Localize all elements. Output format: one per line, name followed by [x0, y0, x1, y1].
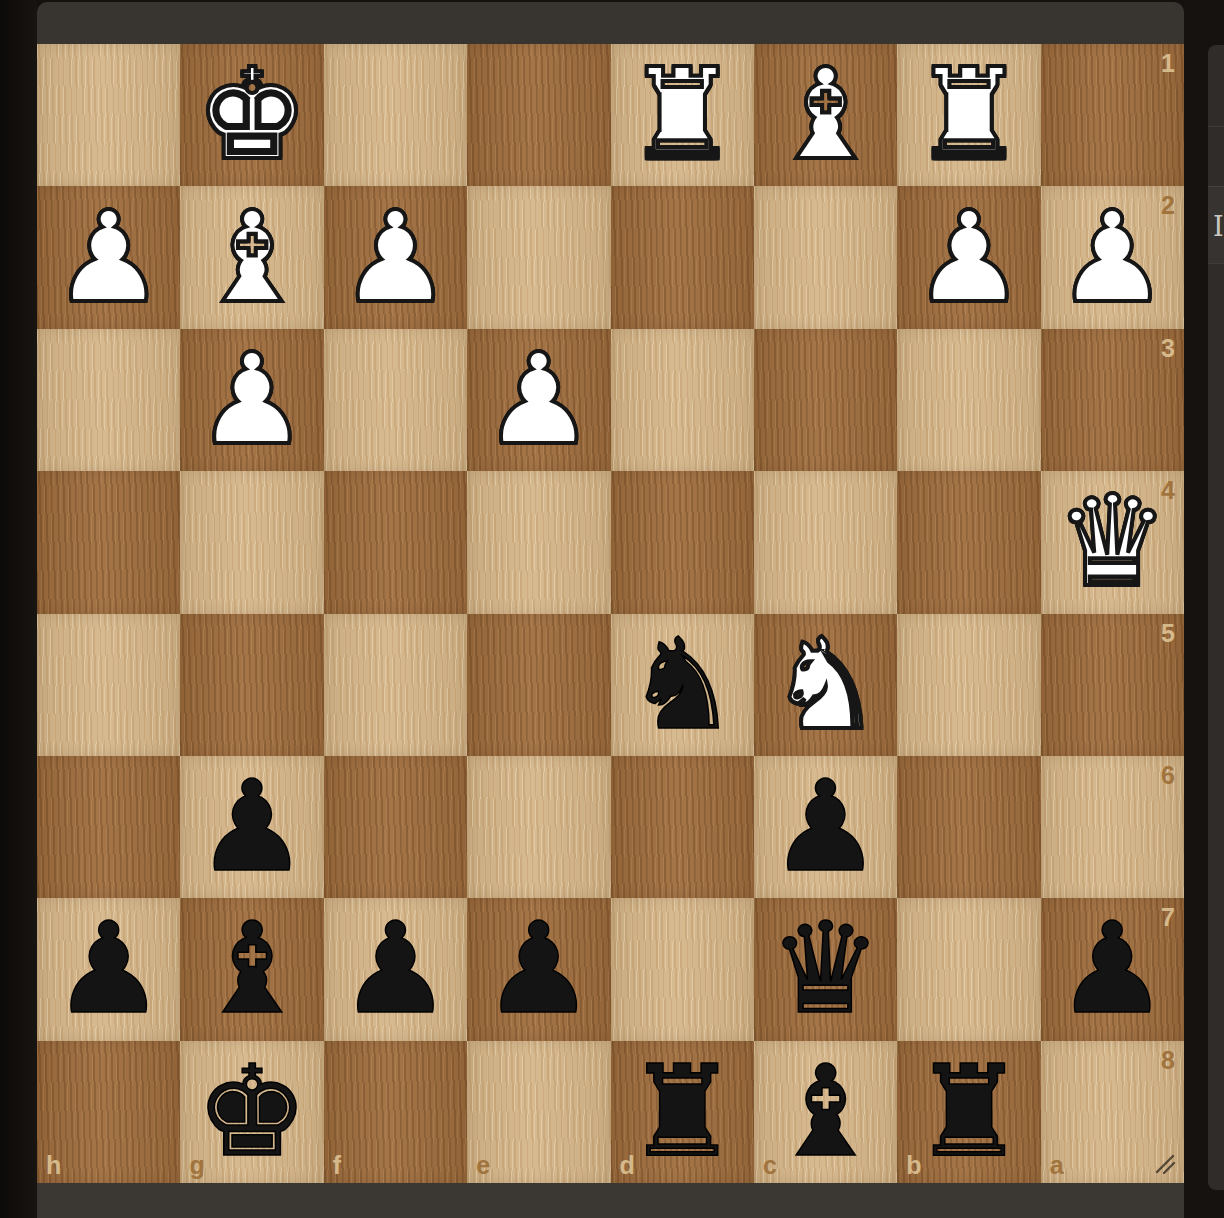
square-f4[interactable]: [324, 471, 467, 613]
square-d4[interactable]: [611, 471, 754, 613]
square-d1[interactable]: ♜: [611, 44, 754, 186]
square-g5[interactable]: [180, 614, 323, 756]
square-a7[interactable]: 7♟: [1041, 898, 1184, 1040]
chess-app-window: ♚♜♝♜1♟♝♟♟2♟♟♟34♛♞♞5♟♟6♟♝♟♟♛7♟hg♚fed♜c♝b♜…: [0, 0, 1224, 1218]
white-king[interactable]: ♚: [180, 44, 323, 186]
square-h3[interactable]: [37, 329, 180, 471]
square-d5[interactable]: ♞: [611, 614, 754, 756]
white-pawn[interactable]: ♟: [37, 186, 180, 328]
square-c2[interactable]: [754, 186, 897, 328]
rank-label-6: 6: [1161, 763, 1175, 788]
black-bishop[interactable]: ♝: [754, 1041, 897, 1183]
square-e3[interactable]: ♟: [467, 329, 610, 471]
black-bishop[interactable]: ♝: [180, 898, 323, 1040]
square-a5[interactable]: 5: [1041, 614, 1184, 756]
left-chrome-strip: [0, 0, 37, 1218]
black-pawn[interactable]: ♟: [754, 756, 897, 898]
file-label-h: h: [46, 1153, 61, 1178]
square-g4[interactable]: [180, 471, 323, 613]
square-g3[interactable]: ♟: [180, 329, 323, 471]
square-g1[interactable]: ♚: [180, 44, 323, 186]
file-label-e: e: [476, 1153, 490, 1178]
rank-label-5: 5: [1161, 621, 1175, 646]
square-b7[interactable]: [897, 898, 1040, 1040]
square-f8[interactable]: f: [324, 1041, 467, 1183]
chess-board[interactable]: ♚♜♝♜1♟♝♟♟2♟♟♟34♛♞♞5♟♟6♟♝♟♟♛7♟hg♚fed♜c♝b♜…: [37, 44, 1184, 1183]
square-g2[interactable]: ♝: [180, 186, 323, 328]
black-knight[interactable]: ♞: [611, 614, 754, 756]
square-h2[interactable]: ♟: [37, 186, 180, 328]
square-e8[interactable]: e: [467, 1041, 610, 1183]
square-h1[interactable]: [37, 44, 180, 186]
square-c5[interactable]: ♞: [754, 614, 897, 756]
file-label-f: f: [333, 1153, 341, 1178]
side-panel-edge[interactable]: I: [1208, 45, 1224, 1190]
square-f2[interactable]: ♟: [324, 186, 467, 328]
black-pawn[interactable]: ♟: [467, 898, 610, 1040]
square-d8[interactable]: d♜: [611, 1041, 754, 1183]
black-pawn[interactable]: ♟: [324, 898, 467, 1040]
square-g7[interactable]: ♝: [180, 898, 323, 1040]
square-c3[interactable]: [754, 329, 897, 471]
square-b3[interactable]: [897, 329, 1040, 471]
square-e7[interactable]: ♟: [467, 898, 610, 1040]
square-d7[interactable]: [611, 898, 754, 1040]
rank-label-1: 1: [1161, 51, 1175, 76]
panel-separator: [1208, 126, 1224, 127]
white-rook[interactable]: ♜: [897, 44, 1040, 186]
top-chrome-bar: [37, 2, 1184, 44]
square-c4[interactable]: [754, 471, 897, 613]
square-e1[interactable]: [467, 44, 610, 186]
bottom-chrome-bar: [37, 1183, 1184, 1218]
square-a8[interactable]: 8a: [1041, 1041, 1184, 1183]
board-resize-handle-icon[interactable]: [1152, 1151, 1178, 1177]
square-h7[interactable]: ♟: [37, 898, 180, 1040]
white-bishop[interactable]: ♝: [754, 44, 897, 186]
square-b5[interactable]: [897, 614, 1040, 756]
square-g8[interactable]: g♚: [180, 1041, 323, 1183]
square-f1[interactable]: [324, 44, 467, 186]
square-c1[interactable]: ♝: [754, 44, 897, 186]
black-rook[interactable]: ♜: [897, 1041, 1040, 1183]
square-e2[interactable]: [467, 186, 610, 328]
white-queen[interactable]: ♛: [1041, 471, 1184, 613]
white-pawn[interactable]: ♟: [467, 329, 610, 471]
white-pawn[interactable]: ♟: [180, 329, 323, 471]
square-d3[interactable]: [611, 329, 754, 471]
white-bishop[interactable]: ♝: [180, 186, 323, 328]
panel-item-partial-text[interactable]: I: [1213, 213, 1224, 240]
square-a4[interactable]: 4♛: [1041, 471, 1184, 613]
square-f5[interactable]: [324, 614, 467, 756]
square-e4[interactable]: [467, 471, 610, 613]
square-b2[interactable]: ♟: [897, 186, 1040, 328]
panel-separator: [1208, 186, 1224, 187]
white-rook[interactable]: ♜: [611, 44, 754, 186]
square-e6[interactable]: [467, 756, 610, 898]
square-b6[interactable]: [897, 756, 1040, 898]
square-c7[interactable]: ♛: [754, 898, 897, 1040]
square-a1[interactable]: 1: [1041, 44, 1184, 186]
square-d2[interactable]: [611, 186, 754, 328]
white-pawn[interactable]: ♟: [1041, 186, 1184, 328]
square-b8[interactable]: b♜: [897, 1041, 1040, 1183]
black-queen[interactable]: ♛: [754, 898, 897, 1040]
square-h5[interactable]: [37, 614, 180, 756]
black-pawn[interactable]: ♟: [37, 898, 180, 1040]
square-f7[interactable]: ♟: [324, 898, 467, 1040]
rank-label-8: 8: [1161, 1048, 1175, 1073]
square-e5[interactable]: [467, 614, 610, 756]
white-knight[interactable]: ♞: [754, 614, 897, 756]
square-g6[interactable]: ♟: [180, 756, 323, 898]
square-h6[interactable]: [37, 756, 180, 898]
black-pawn[interactable]: ♟: [1041, 898, 1184, 1040]
square-h4[interactable]: [37, 471, 180, 613]
white-pawn[interactable]: ♟: [324, 186, 467, 328]
file-label-a: a: [1050, 1153, 1064, 1178]
square-a2[interactable]: 2♟: [1041, 186, 1184, 328]
black-king[interactable]: ♚: [180, 1041, 323, 1183]
panel-separator: [1208, 263, 1224, 264]
square-a3[interactable]: 3: [1041, 329, 1184, 471]
square-a6[interactable]: 6: [1041, 756, 1184, 898]
square-b4[interactable]: [897, 471, 1040, 613]
square-c8[interactable]: c♝: [754, 1041, 897, 1183]
square-f6[interactable]: [324, 756, 467, 898]
black-pawn[interactable]: ♟: [180, 756, 323, 898]
square-b1[interactable]: ♜: [897, 44, 1040, 186]
rank-label-3: 3: [1161, 336, 1175, 361]
black-rook[interactable]: ♜: [611, 1041, 754, 1183]
square-f3[interactable]: [324, 329, 467, 471]
square-c6[interactable]: ♟: [754, 756, 897, 898]
square-h8[interactable]: h: [37, 1041, 180, 1183]
white-pawn[interactable]: ♟: [897, 186, 1040, 328]
square-d6[interactable]: [611, 756, 754, 898]
